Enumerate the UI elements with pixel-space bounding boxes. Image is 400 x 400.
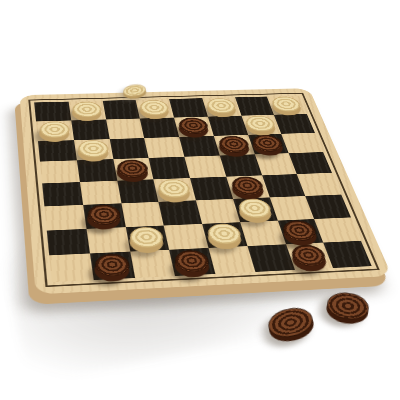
floating-checker-light (122, 83, 146, 97)
square-c7 (106, 118, 145, 138)
square-b2 (86, 227, 130, 254)
square-b5 (77, 159, 117, 182)
square-b4 (80, 181, 121, 205)
square-b3 (83, 203, 125, 228)
square-c6 (109, 138, 149, 160)
square-a4 (42, 182, 83, 206)
square-a7 (36, 120, 74, 141)
square-a1 (49, 254, 93, 283)
square-c8 (102, 100, 140, 119)
square-c3 (121, 202, 164, 227)
square-d3 (159, 200, 202, 225)
square-d1 (169, 248, 215, 276)
square-d4 (154, 178, 196, 202)
square-a5 (40, 160, 80, 183)
square-c5 (113, 158, 154, 181)
square-d8 (136, 99, 174, 118)
checker-face (325, 290, 371, 322)
square-c1 (130, 250, 175, 278)
checkers-product-photo[interactable] (0, 0, 400, 400)
square-d7 (140, 117, 179, 137)
loose-checker-dark-2 (325, 290, 371, 322)
square-b7 (71, 119, 109, 140)
square-d5 (149, 157, 190, 179)
square-e7 (174, 116, 214, 136)
square-b8 (68, 101, 105, 121)
square-b6 (74, 139, 113, 161)
square-e8 (169, 98, 208, 117)
square-b1 (90, 252, 135, 280)
square-a6 (38, 140, 77, 162)
square-c4 (117, 179, 159, 203)
square-d2 (164, 224, 209, 250)
checker-face (122, 83, 146, 97)
square-d6 (144, 137, 184, 158)
square-a8 (34, 102, 71, 122)
square-c2 (125, 225, 169, 252)
square-a2 (47, 229, 90, 256)
board-3d (20, 88, 392, 294)
square-a3 (44, 205, 86, 231)
